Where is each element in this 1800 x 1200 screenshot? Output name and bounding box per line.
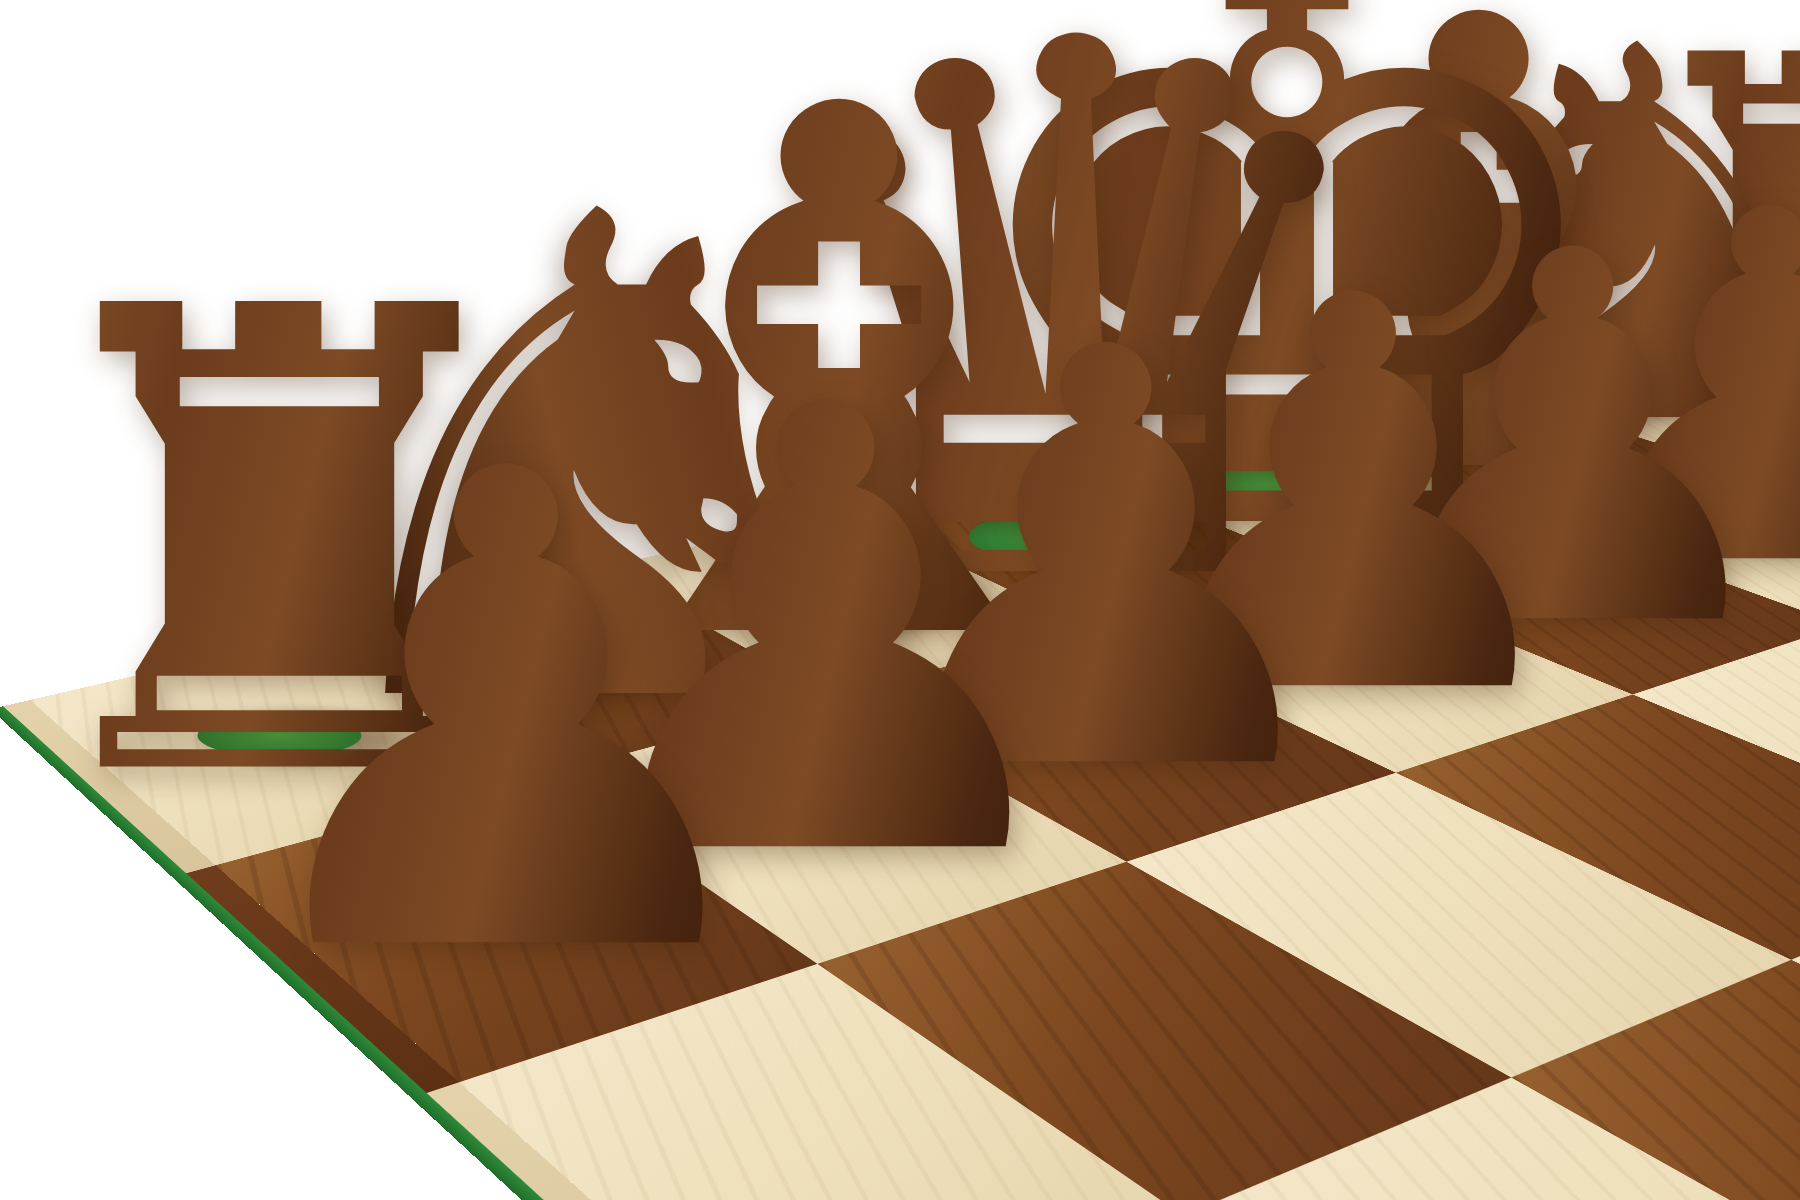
pawn-icon: ♟ bbox=[212, 388, 800, 1044]
chess-set-photo: ♜♞♝♛♚♝♞♜♟♟♟♟♟♟♟♟ Only the dark (black) s… bbox=[0, 0, 1800, 1200]
